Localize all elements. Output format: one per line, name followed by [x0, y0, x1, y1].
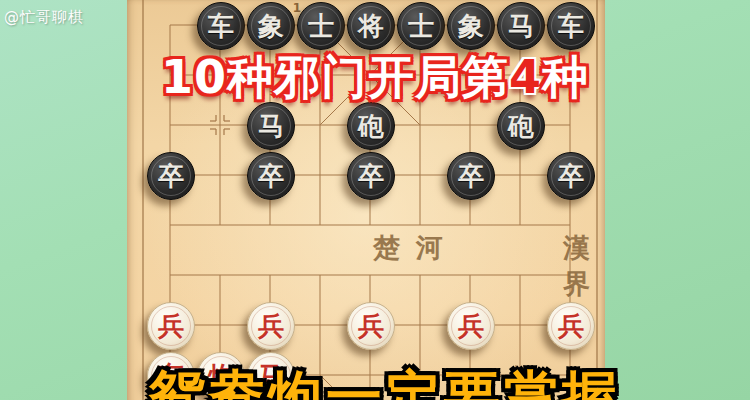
piece-glyph: 卒	[558, 163, 584, 189]
piece-black-卒[interactable]: 卒	[447, 152, 495, 200]
piece-black-象[interactable]: 象	[447, 2, 495, 50]
piece-black-车[interactable]: 车	[197, 2, 245, 50]
piece-glyph: 象	[458, 13, 484, 39]
piece-glyph: 卒	[158, 163, 184, 189]
piece-red-兵[interactable]: 兵	[547, 302, 595, 350]
piece-glyph: 砲	[358, 113, 384, 139]
video-frame: 1 楚河 漢界 车象士将士象马车马砲砲卒卒卒卒卒兵兵兵兵兵车炮马 @忙哥聊棋 1…	[0, 0, 750, 400]
piece-red-兵[interactable]: 兵	[247, 302, 295, 350]
bottom-caption: 鸳鸯炮一定要掌握	[149, 360, 621, 400]
piece-red-兵[interactable]: 兵	[447, 302, 495, 350]
piece-glyph: 车	[558, 13, 584, 39]
piece-glyph: 马	[508, 13, 534, 39]
piece-glyph: 士	[308, 13, 334, 39]
top-caption-post: 种	[542, 50, 589, 104]
piece-glyph: 将	[358, 13, 384, 39]
piece-black-士[interactable]: 士	[297, 2, 345, 50]
piece-glyph: 象	[258, 13, 284, 39]
piece-glyph: 兵	[158, 313, 184, 339]
piece-black-卒[interactable]: 卒	[247, 152, 295, 200]
piece-glyph: 兵	[358, 313, 384, 339]
piece-black-将[interactable]: 将	[347, 2, 395, 50]
piece-glyph: 卒	[258, 163, 284, 189]
piece-glyph: 卒	[458, 163, 484, 189]
piece-black-卒[interactable]: 卒	[347, 152, 395, 200]
piece-black-车[interactable]: 车	[547, 2, 595, 50]
piece-black-砲[interactable]: 砲	[497, 102, 545, 150]
piece-black-象[interactable]: 象	[247, 2, 295, 50]
river-label-han-jie: 漢界	[563, 230, 606, 302]
piece-black-卒[interactable]: 卒	[147, 152, 195, 200]
top-caption-number: 4	[509, 50, 542, 104]
top-caption: 10种邪门开局第4种	[161, 47, 589, 109]
piece-glyph: 士	[408, 13, 434, 39]
river-label-chu-he: 楚河	[373, 230, 459, 266]
piece-red-兵[interactable]: 兵	[347, 302, 395, 350]
piece-black-士[interactable]: 士	[397, 2, 445, 50]
piece-glyph: 砲	[508, 113, 534, 139]
piece-red-兵[interactable]: 兵	[147, 302, 195, 350]
piece-glyph: 兵	[258, 313, 284, 339]
piece-glyph: 兵	[458, 313, 484, 339]
piece-glyph: 兵	[558, 313, 584, 339]
piece-black-马[interactable]: 马	[497, 2, 545, 50]
piece-glyph: 马	[258, 113, 284, 139]
piece-glyph: 车	[208, 13, 234, 39]
piece-black-马[interactable]: 马	[247, 102, 295, 150]
piece-black-卒[interactable]: 卒	[547, 152, 595, 200]
channel-watermark: @忙哥聊棋	[4, 8, 84, 27]
piece-black-砲[interactable]: 砲	[347, 102, 395, 150]
top-caption-pre: 10种邪门开局第	[161, 50, 509, 104]
piece-glyph: 卒	[358, 163, 384, 189]
